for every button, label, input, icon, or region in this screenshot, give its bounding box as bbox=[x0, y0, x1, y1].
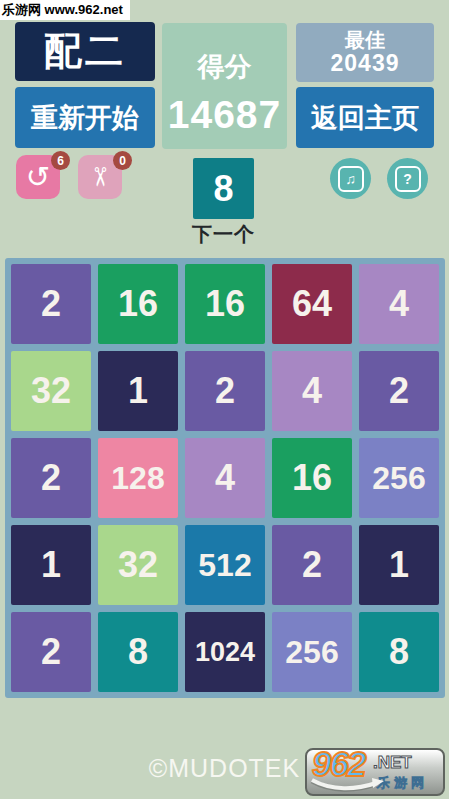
tile-4: 4 bbox=[185, 438, 265, 518]
tile-256: 256 bbox=[359, 438, 439, 518]
best-score-label: 最佳 bbox=[345, 29, 385, 51]
tile-2: 2 bbox=[11, 438, 91, 518]
site-banner: 乐游网 www.962.net bbox=[0, 0, 130, 20]
tile-8: 8 bbox=[359, 612, 439, 692]
tile-1024: 1024 bbox=[185, 612, 265, 692]
cut-button[interactable]: ✂ 0 bbox=[78, 155, 122, 199]
best-score-panel: 最佳 20439 bbox=[296, 23, 434, 82]
tile-2: 2 bbox=[185, 351, 265, 431]
tile-4: 4 bbox=[359, 264, 439, 344]
tile-16: 16 bbox=[185, 264, 265, 344]
back-home-button[interactable]: 返回主页 bbox=[296, 87, 434, 148]
tile-16: 16 bbox=[98, 264, 178, 344]
undo-count-badge: 6 bbox=[51, 151, 70, 170]
next-tile-value: 8 bbox=[213, 168, 233, 210]
tile-2: 2 bbox=[272, 525, 352, 605]
tile-4: 4 bbox=[272, 351, 352, 431]
undo-button[interactable]: ↺ 6 bbox=[16, 155, 60, 199]
next-tile-preview: 8 bbox=[193, 158, 254, 219]
tile-2: 2 bbox=[359, 351, 439, 431]
tile-1: 1 bbox=[359, 525, 439, 605]
back-home-button-label: 返回主页 bbox=[311, 100, 419, 136]
site-watermark-logo: 962 .NET 乐游网 bbox=[305, 748, 445, 796]
undo-icon: ↺ bbox=[26, 163, 50, 192]
sound-button[interactable]: ♫ bbox=[330, 158, 371, 199]
cut-count-badge: 0 bbox=[113, 151, 132, 170]
restart-button[interactable]: 重新开始 bbox=[15, 87, 155, 148]
tile-2: 2 bbox=[11, 264, 91, 344]
tile-16: 16 bbox=[272, 438, 352, 518]
tile-8: 8 bbox=[98, 612, 178, 692]
tile-32: 32 bbox=[98, 525, 178, 605]
tile-2: 2 bbox=[11, 612, 91, 692]
tile-256: 256 bbox=[272, 612, 352, 692]
score-value: 14687 bbox=[168, 93, 281, 137]
watermark-net-text: .NET bbox=[373, 753, 412, 773]
tile-64: 64 bbox=[272, 264, 352, 344]
board[interactable]: 2161664432124221284162561325122128102425… bbox=[5, 258, 445, 698]
question-mark-icon: ? bbox=[395, 166, 421, 192]
score-panel: 得分 14687 bbox=[162, 23, 287, 149]
music-note-icon: ♫ bbox=[338, 166, 364, 192]
tile-1: 1 bbox=[98, 351, 178, 431]
restart-button-label: 重新开始 bbox=[31, 100, 139, 136]
site-banner-text: 乐游网 www.962.net bbox=[2, 2, 123, 17]
tile-128: 128 bbox=[98, 438, 178, 518]
game-page: 乐游网 www.962.net 配二 得分 14687 最佳 20439 重新开… bbox=[0, 0, 449, 799]
tile-512: 512 bbox=[185, 525, 265, 605]
best-score-value: 20439 bbox=[331, 51, 400, 76]
scissors-icon: ✂ bbox=[87, 166, 113, 188]
watermark-swoosh-arrow bbox=[310, 778, 388, 794]
score-label: 得分 bbox=[198, 49, 252, 85]
next-tile-label: 下一个 bbox=[163, 221, 284, 248]
help-button[interactable]: ? bbox=[387, 158, 428, 199]
tile-1: 1 bbox=[11, 525, 91, 605]
game-title-label: 配二 bbox=[44, 26, 126, 77]
game-title: 配二 bbox=[15, 22, 155, 81]
tile-32: 32 bbox=[11, 351, 91, 431]
